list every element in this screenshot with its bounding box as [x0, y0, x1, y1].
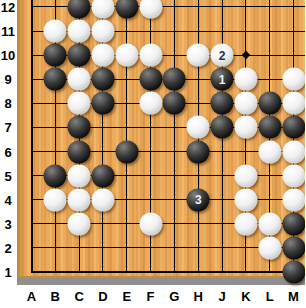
column-label-C: C — [74, 289, 83, 304]
stone-white-F10 — [139, 44, 162, 67]
stone-white-M9 — [282, 68, 305, 91]
stone-white-H7 — [187, 116, 210, 139]
column-label-L: L — [266, 289, 274, 304]
stone-black-G8 — [163, 92, 186, 115]
column-label-B: B — [51, 289, 60, 304]
board-bottom-shadow — [17, 278, 305, 285]
stone-white-D10 — [91, 44, 114, 67]
stone-white-C5 — [68, 164, 91, 187]
board-left-edge — [17, 0, 23, 278]
stone-white-D4 — [91, 188, 114, 211]
row-label-7: 7 — [0, 120, 16, 135]
row-label-3: 3 — [0, 216, 16, 231]
stone-black-D8 — [91, 92, 114, 115]
move-number-2: 2 — [219, 49, 226, 61]
grid-line-col-A — [31, 0, 33, 273]
row-label-5: 5 — [0, 168, 16, 183]
stone-white-K4 — [234, 188, 257, 211]
stone-white-M8 — [282, 92, 305, 115]
stone-black-J8 — [211, 92, 234, 115]
grid-line-row-1 — [31, 271, 306, 273]
stone-white-M5 — [282, 164, 305, 187]
stone-white-F8 — [139, 92, 162, 115]
column-label-D: D — [98, 289, 107, 304]
stone-black-M1 — [282, 261, 305, 284]
row-label-10: 10 — [0, 48, 16, 63]
stone-white-L6 — [258, 140, 281, 163]
stone-black-J7 — [211, 116, 234, 139]
column-label-A: A — [27, 289, 36, 304]
stone-black-M2 — [282, 236, 305, 259]
stone-white-J10: 2 — [211, 44, 234, 67]
stone-black-H6 — [187, 140, 210, 163]
stone-black-C7 — [68, 116, 91, 139]
stone-black-G9 — [163, 68, 186, 91]
row-label-12: 12 — [0, 0, 16, 14]
stone-white-K8 — [234, 92, 257, 115]
stone-white-C4 — [68, 188, 91, 211]
stone-black-L8 — [258, 92, 281, 115]
stone-white-K7 — [234, 116, 257, 139]
stone-white-C11 — [68, 20, 91, 43]
stone-white-H10 — [187, 44, 210, 67]
stone-white-E10 — [115, 44, 138, 67]
row-label-11: 11 — [0, 24, 16, 39]
row-label-6: 6 — [0, 144, 16, 159]
grid-line-col-E — [126, 0, 127, 273]
stone-white-C9 — [68, 68, 91, 91]
go-app-screenshot: 121110987654321ABCDEFGHJKLM132 — [0, 0, 305, 308]
stone-black-M7 — [282, 116, 305, 139]
stone-white-B4 — [44, 188, 67, 211]
stone-black-B5 — [44, 164, 67, 187]
column-label-E: E — [122, 289, 131, 304]
stone-white-M6 — [282, 140, 305, 163]
stone-black-J9: 1 — [211, 68, 234, 91]
row-label-9: 9 — [0, 72, 16, 87]
go-board[interactable] — [17, 0, 305, 278]
stone-black-C10 — [68, 44, 91, 67]
stone-black-H4: 3 — [187, 188, 210, 211]
stone-white-F3 — [139, 212, 162, 235]
column-label-G: G — [169, 289, 179, 304]
grid-line-col-G — [174, 0, 175, 273]
stone-white-D11 — [91, 20, 114, 43]
stone-black-C6 — [68, 140, 91, 163]
stone-white-C8 — [68, 92, 91, 115]
stone-white-L3 — [258, 212, 281, 235]
column-label-H: H — [194, 289, 203, 304]
row-label-2: 2 — [0, 240, 16, 255]
move-number-1: 1 — [219, 73, 226, 85]
stone-black-E6 — [115, 140, 138, 163]
stone-black-D5 — [91, 164, 114, 187]
column-label-M: M — [288, 289, 299, 304]
stone-white-K3 — [234, 212, 257, 235]
stone-black-B9 — [44, 68, 67, 91]
stone-white-K5 — [234, 164, 257, 187]
stone-white-B11 — [44, 20, 67, 43]
move-number-3: 3 — [195, 194, 202, 206]
row-label-8: 8 — [0, 96, 16, 111]
stone-black-L7 — [258, 116, 281, 139]
stone-white-K9 — [234, 68, 257, 91]
stone-white-L2 — [258, 236, 281, 259]
stone-white-M4 — [282, 188, 305, 211]
stone-white-C3 — [68, 212, 91, 235]
row-label-4: 4 — [0, 192, 16, 207]
column-label-K: K — [241, 289, 250, 304]
stone-black-B10 — [44, 44, 67, 67]
stone-black-F9 — [139, 68, 162, 91]
stone-black-M3 — [282, 212, 305, 235]
column-label-J: J — [218, 289, 225, 304]
stone-black-D9 — [91, 68, 114, 91]
column-label-F: F — [147, 289, 155, 304]
row-label-1: 1 — [0, 265, 16, 280]
